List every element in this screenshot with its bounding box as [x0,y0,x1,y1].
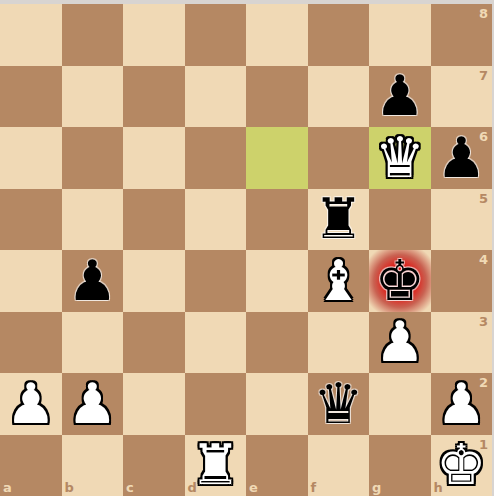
square-h8[interactable]: 8 [431,4,493,66]
rank-label-5: 5 [479,191,488,206]
square-a6[interactable] [0,127,62,189]
square-f3[interactable] [308,312,370,374]
piece-black-rook[interactable]: ♜ [308,189,370,251]
square-e5[interactable] [246,189,308,251]
file-label-g: g [372,480,381,495]
square-g4[interactable]: ♚ [369,250,431,312]
square-a3[interactable] [0,312,62,374]
square-f6[interactable] [308,127,370,189]
square-f4[interactable]: ♝ [308,250,370,312]
square-d8[interactable] [185,4,247,66]
piece-black-king[interactable]: ♚ [369,250,431,312]
square-g7[interactable]: ♟ [369,66,431,128]
square-f7[interactable] [308,66,370,128]
square-c2[interactable] [123,373,185,435]
square-h3[interactable]: 3 [431,312,493,374]
piece-white-pawn[interactable]: ♟ [62,373,124,435]
square-c3[interactable] [123,312,185,374]
piece-black-queen[interactable]: ♛ [308,373,370,435]
board-frame: 8♟7♛6♟♜5♟♝♚4♟3♟♟♛2♟abcd♜efg1h♚ [0,0,494,496]
square-c6[interactable] [123,127,185,189]
rank-label-7: 7 [479,68,488,83]
square-d3[interactable] [185,312,247,374]
square-g6[interactable]: ♛ [369,127,431,189]
square-a7[interactable] [0,66,62,128]
square-b5[interactable] [62,189,124,251]
piece-white-rook[interactable]: ♜ [185,435,247,496]
square-h1[interactable]: 1h♚ [431,435,493,496]
square-g3[interactable]: ♟ [369,312,431,374]
square-c1[interactable]: c [123,435,185,496]
square-b2[interactable]: ♟ [62,373,124,435]
piece-white-bishop[interactable]: ♝ [308,250,370,312]
file-label-a: a [3,480,12,495]
file-label-b: b [65,480,74,495]
square-a8[interactable] [0,4,62,66]
square-d2[interactable] [185,373,247,435]
square-e3[interactable] [246,312,308,374]
rank-label-4: 4 [479,252,488,267]
square-g5[interactable] [369,189,431,251]
square-g8[interactable] [369,4,431,66]
square-c4[interactable] [123,250,185,312]
square-e8[interactable] [246,4,308,66]
square-e1[interactable]: e [246,435,308,496]
square-a1[interactable]: a [0,435,62,496]
piece-black-pawn[interactable]: ♟ [62,250,124,312]
piece-white-queen[interactable]: ♛ [369,127,431,189]
piece-white-pawn[interactable]: ♟ [431,373,493,435]
square-a5[interactable] [0,189,62,251]
square-g2[interactable] [369,373,431,435]
square-e4[interactable] [246,250,308,312]
square-f8[interactable] [308,4,370,66]
square-d1[interactable]: d♜ [185,435,247,496]
square-e6[interactable] [246,127,308,189]
square-h5[interactable]: 5 [431,189,493,251]
square-c8[interactable] [123,4,185,66]
file-label-c: c [126,480,134,495]
square-a2[interactable]: ♟ [0,373,62,435]
piece-white-pawn[interactable]: ♟ [0,373,62,435]
piece-white-pawn[interactable]: ♟ [369,312,431,374]
square-f2[interactable]: ♛ [308,373,370,435]
square-d5[interactable] [185,189,247,251]
square-b6[interactable] [62,127,124,189]
square-d4[interactable] [185,250,247,312]
square-c7[interactable] [123,66,185,128]
square-b7[interactable] [62,66,124,128]
chess-board: 8♟7♛6♟♜5♟♝♚4♟3♟♟♛2♟abcd♜efg1h♚ [0,4,492,496]
square-b1[interactable]: b [62,435,124,496]
rank-label-3: 3 [479,314,488,329]
square-d7[interactable] [185,66,247,128]
square-e2[interactable] [246,373,308,435]
square-f5[interactable]: ♜ [308,189,370,251]
square-h4[interactable]: 4 [431,250,493,312]
rank-label-8: 8 [479,6,488,21]
square-h7[interactable]: 7 [431,66,493,128]
square-b4[interactable]: ♟ [62,250,124,312]
piece-black-pawn[interactable]: ♟ [431,127,493,189]
square-b8[interactable] [62,4,124,66]
file-label-f: f [311,480,317,495]
square-g1[interactable]: g [369,435,431,496]
square-e7[interactable] [246,66,308,128]
square-h2[interactable]: 2♟ [431,373,493,435]
square-a4[interactable] [0,250,62,312]
square-h6[interactable]: 6♟ [431,127,493,189]
square-c5[interactable] [123,189,185,251]
piece-black-pawn[interactable]: ♟ [369,66,431,128]
piece-white-king[interactable]: ♚ [431,435,493,496]
square-b3[interactable] [62,312,124,374]
square-d6[interactable] [185,127,247,189]
square-f1[interactable]: f [308,435,370,496]
file-label-e: e [249,480,258,495]
